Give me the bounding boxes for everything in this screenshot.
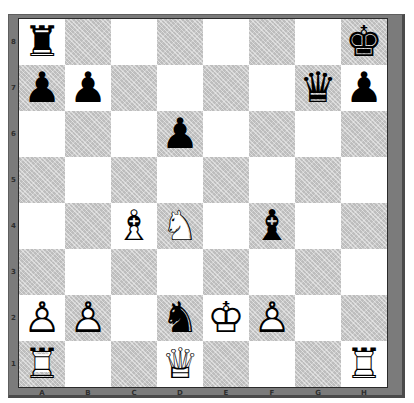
file-labels: ABCDEFGH bbox=[19, 388, 387, 398]
file-label-g: G bbox=[295, 388, 341, 398]
square-f4[interactable]: ♝ bbox=[249, 203, 295, 249]
file-label-h: H bbox=[341, 388, 387, 398]
white-pawn[interactable]: ♟♙ bbox=[65, 295, 111, 341]
square-h1[interactable]: ♜♖ bbox=[341, 341, 387, 387]
square-c1[interactable] bbox=[111, 341, 157, 387]
square-a8[interactable]: ♜ bbox=[19, 19, 65, 65]
square-g7[interactable]: ♛ bbox=[295, 65, 341, 111]
square-h2[interactable] bbox=[341, 295, 387, 341]
file-label-a: A bbox=[19, 388, 65, 398]
square-g8[interactable] bbox=[295, 19, 341, 65]
square-c4[interactable]: ♝♗ bbox=[111, 203, 157, 249]
square-f7[interactable] bbox=[249, 65, 295, 111]
square-b8[interactable] bbox=[65, 19, 111, 65]
white-knight[interactable]: ♞♘ bbox=[157, 203, 203, 249]
black-king[interactable]: ♚ bbox=[341, 19, 387, 65]
square-c5[interactable] bbox=[111, 157, 157, 203]
rank-label-2: 2 bbox=[9, 295, 18, 341]
square-d1[interactable]: ♛♕ bbox=[157, 341, 203, 387]
square-e2[interactable]: ♚♔ bbox=[203, 295, 249, 341]
square-g3[interactable] bbox=[295, 249, 341, 295]
file-label-b: B bbox=[65, 388, 111, 398]
square-f5[interactable] bbox=[249, 157, 295, 203]
white-rook[interactable]: ♜♖ bbox=[341, 341, 387, 387]
square-b3[interactable] bbox=[65, 249, 111, 295]
square-h5[interactable] bbox=[341, 157, 387, 203]
black-pawn[interactable]: ♟ bbox=[65, 65, 111, 111]
square-e1[interactable] bbox=[203, 341, 249, 387]
rank-label-4: 4 bbox=[9, 203, 18, 249]
square-f1[interactable] bbox=[249, 341, 295, 387]
white-king[interactable]: ♚♔ bbox=[203, 295, 249, 341]
square-b1[interactable] bbox=[65, 341, 111, 387]
square-e4[interactable] bbox=[203, 203, 249, 249]
white-pawn-outline: ♙ bbox=[249, 295, 295, 341]
rank-label-6: 6 bbox=[9, 111, 18, 157]
rank-label-1: 1 bbox=[9, 341, 18, 387]
rank-label-8: 8 bbox=[9, 19, 18, 65]
square-c7[interactable] bbox=[111, 65, 157, 111]
square-g2[interactable] bbox=[295, 295, 341, 341]
black-pawn[interactable]: ♟ bbox=[341, 65, 387, 111]
file-label-c: C bbox=[111, 388, 157, 398]
square-g4[interactable] bbox=[295, 203, 341, 249]
square-d5[interactable] bbox=[157, 157, 203, 203]
square-e8[interactable] bbox=[203, 19, 249, 65]
square-f8[interactable] bbox=[249, 19, 295, 65]
black-bishop[interactable]: ♝ bbox=[249, 203, 295, 249]
chess-diagram: 87654321 ABCDEFGH ♜♚♟♟♛♟♟♝♗♞♘♝♟♙♟♙♞♚♔♟♙♜… bbox=[0, 0, 414, 403]
black-pawn[interactable]: ♟ bbox=[19, 65, 65, 111]
white-rook-outline: ♖ bbox=[341, 341, 387, 387]
rank-label-5: 5 bbox=[9, 157, 18, 203]
square-a3[interactable] bbox=[19, 249, 65, 295]
square-h4[interactable] bbox=[341, 203, 387, 249]
white-knight-outline: ♘ bbox=[157, 203, 203, 249]
square-a1[interactable]: ♜♖ bbox=[19, 341, 65, 387]
square-b4[interactable] bbox=[65, 203, 111, 249]
square-d6[interactable]: ♟ bbox=[157, 111, 203, 157]
rank-labels: 87654321 bbox=[9, 19, 18, 387]
square-d3[interactable] bbox=[157, 249, 203, 295]
square-e5[interactable] bbox=[203, 157, 249, 203]
square-g6[interactable] bbox=[295, 111, 341, 157]
white-pawn-outline: ♙ bbox=[65, 295, 111, 341]
square-f6[interactable] bbox=[249, 111, 295, 157]
white-king-outline: ♔ bbox=[203, 295, 249, 341]
square-f2[interactable]: ♟♙ bbox=[249, 295, 295, 341]
square-f3[interactable] bbox=[249, 249, 295, 295]
square-e6[interactable] bbox=[203, 111, 249, 157]
white-pawn-outline: ♙ bbox=[19, 295, 65, 341]
square-e7[interactable] bbox=[203, 65, 249, 111]
square-h6[interactable] bbox=[341, 111, 387, 157]
chess-board: ♜♚♟♟♛♟♟♝♗♞♘♝♟♙♟♙♞♚♔♟♙♜♖♛♕♜♖ bbox=[18, 18, 388, 388]
black-queen[interactable]: ♛ bbox=[295, 65, 341, 111]
black-pawn[interactable]: ♟ bbox=[157, 111, 203, 157]
square-d8[interactable] bbox=[157, 19, 203, 65]
white-bishop[interactable]: ♝♗ bbox=[111, 203, 157, 249]
rank-label-3: 3 bbox=[9, 249, 18, 295]
square-a7[interactable]: ♟ bbox=[19, 65, 65, 111]
square-h7[interactable]: ♟ bbox=[341, 65, 387, 111]
white-queen[interactable]: ♛♕ bbox=[157, 341, 203, 387]
square-g5[interactable] bbox=[295, 157, 341, 203]
square-b7[interactable]: ♟ bbox=[65, 65, 111, 111]
square-c8[interactable] bbox=[111, 19, 157, 65]
square-b6[interactable] bbox=[65, 111, 111, 157]
square-a2[interactable]: ♟♙ bbox=[19, 295, 65, 341]
square-a4[interactable] bbox=[19, 203, 65, 249]
white-bishop-outline: ♗ bbox=[111, 203, 157, 249]
square-a5[interactable] bbox=[19, 157, 65, 203]
square-e3[interactable] bbox=[203, 249, 249, 295]
square-d7[interactable] bbox=[157, 65, 203, 111]
square-h8[interactable]: ♚ bbox=[341, 19, 387, 65]
square-c6[interactable] bbox=[111, 111, 157, 157]
white-pawn[interactable]: ♟♙ bbox=[249, 295, 295, 341]
file-label-f: F bbox=[249, 388, 295, 398]
black-rook[interactable]: ♜ bbox=[19, 19, 65, 65]
white-pawn[interactable]: ♟♙ bbox=[19, 295, 65, 341]
square-b5[interactable] bbox=[65, 157, 111, 203]
file-label-e: E bbox=[203, 388, 249, 398]
square-a6[interactable] bbox=[19, 111, 65, 157]
square-h3[interactable] bbox=[341, 249, 387, 295]
square-d4[interactable]: ♞♘ bbox=[157, 203, 203, 249]
white-rook-outline: ♖ bbox=[19, 341, 65, 387]
file-label-d: D bbox=[157, 388, 203, 398]
square-c3[interactable] bbox=[111, 249, 157, 295]
square-b2[interactable]: ♟♙ bbox=[65, 295, 111, 341]
square-d2[interactable]: ♞ bbox=[157, 295, 203, 341]
square-g1[interactable] bbox=[295, 341, 341, 387]
black-knight[interactable]: ♞ bbox=[157, 295, 203, 341]
rank-label-7: 7 bbox=[9, 65, 18, 111]
square-c2[interactable] bbox=[111, 295, 157, 341]
white-rook[interactable]: ♜♖ bbox=[19, 341, 65, 387]
white-queen-outline: ♕ bbox=[157, 341, 203, 387]
